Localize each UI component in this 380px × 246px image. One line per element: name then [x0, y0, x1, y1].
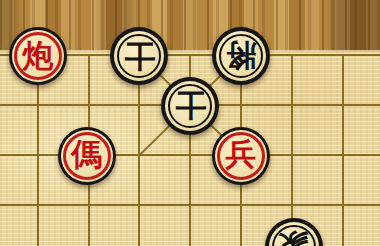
piece-face: 士	[117, 34, 161, 78]
board-cell[interactable]	[89, 205, 140, 246]
piece-face: 將	[219, 34, 263, 78]
board-cell[interactable]	[0, 205, 38, 246]
board-cell[interactable]	[292, 105, 343, 155]
piece-character: 將	[226, 40, 257, 71]
board-cell[interactable]	[292, 155, 343, 205]
board-cell[interactable]	[343, 55, 380, 105]
board-cell[interactable]	[38, 205, 89, 246]
piece-face: 炮	[14, 32, 62, 80]
board-cell[interactable]	[343, 205, 380, 246]
piece-black-general[interactable]: 將	[212, 27, 270, 85]
piece-red-soldier[interactable]: 兵	[212, 127, 270, 185]
piece-black-advisor-1[interactable]: 士	[110, 27, 168, 85]
piece-character: 傌	[71, 139, 102, 170]
board-cell[interactable]	[0, 155, 38, 205]
piece-face: 兵	[217, 132, 265, 180]
board-cell[interactable]	[190, 205, 241, 246]
board-cell[interactable]	[139, 205, 190, 246]
board-cell[interactable]	[0, 105, 38, 155]
piece-character: 士	[124, 40, 155, 71]
piece-black-advisor-2[interactable]: 士	[161, 77, 219, 135]
board-cell[interactable]	[292, 55, 343, 105]
piece-face: 士	[168, 84, 212, 128]
piece-character: 象	[278, 230, 309, 246]
piece-face: 傌	[63, 132, 111, 180]
piece-character: 士	[175, 89, 206, 120]
board-cell[interactable]	[343, 105, 380, 155]
piece-character: 兵	[226, 139, 257, 170]
board-cell[interactable]	[343, 155, 380, 205]
board-cell[interactable]	[139, 155, 190, 205]
piece-red-cannon[interactable]: 炮	[9, 27, 67, 85]
piece-character: 炮	[22, 40, 53, 71]
xiangqi-board: 炮士將士傌兵象	[0, 0, 380, 246]
piece-red-horse[interactable]: 傌	[58, 127, 116, 185]
